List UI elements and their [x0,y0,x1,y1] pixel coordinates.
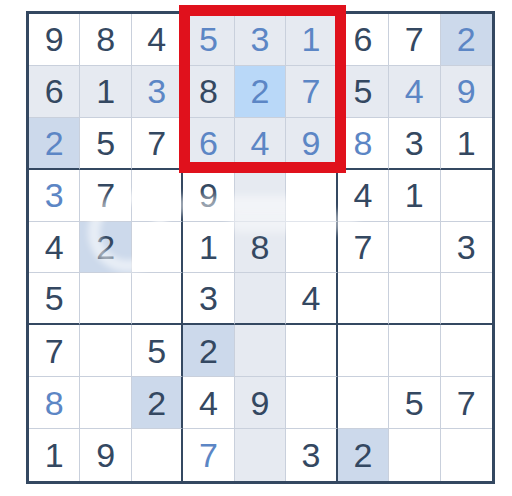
cell-r6c4[interactable]: 3 [183,273,234,325]
cell-r1c2[interactable]: 8 [80,14,131,66]
cell-r7c3[interactable]: 5 [132,325,183,377]
cell-r6c3[interactable] [132,273,183,325]
cell-r4c2[interactable]: 7 [80,170,131,222]
cell-r7c5[interactable] [235,325,286,377]
cell-r4c1[interactable]: 3 [29,170,80,222]
cell-r1c4[interactable]: 5 [183,14,234,66]
cell-r4c6[interactable] [286,170,337,222]
cell-r4c3[interactable] [132,170,183,222]
cell-r2c4[interactable]: 8 [183,66,234,118]
cell-r4c8[interactable]: 1 [389,170,440,222]
cell-r8c1[interactable]: 8 [29,377,80,429]
cell-r7c6[interactable] [286,325,337,377]
cell-r3c8[interactable]: 3 [389,118,440,170]
cell-r5c2[interactable]: 2 [80,222,131,274]
cell-r2c7[interactable]: 5 [338,66,389,118]
cell-r6c2[interactable] [80,273,131,325]
cell-r7c4[interactable]: 2 [183,325,234,377]
cell-r3c5[interactable]: 4 [235,118,286,170]
cell-r9c5[interactable] [235,429,286,481]
cell-r2c1[interactable]: 6 [29,66,80,118]
cell-r7c7[interactable] [338,325,389,377]
cell-r3c7[interactable]: 8 [338,118,389,170]
cell-r3c2[interactable]: 5 [80,118,131,170]
cell-r4c7[interactable]: 4 [338,170,389,222]
cell-r1c7[interactable]: 6 [338,14,389,66]
cell-r7c1[interactable]: 7 [29,325,80,377]
cell-r1c3[interactable]: 4 [132,14,183,66]
cell-r8c9[interactable]: 7 [441,377,492,429]
cell-r8c8[interactable]: 5 [389,377,440,429]
cell-r7c2[interactable] [80,325,131,377]
cell-r6c7[interactable] [338,273,389,325]
cell-r8c4[interactable]: 4 [183,377,234,429]
cell-r2c9[interactable]: 9 [441,66,492,118]
cell-r5c7[interactable]: 7 [338,222,389,274]
cell-r5c5[interactable]: 8 [235,222,286,274]
sudoku-board: 9845316726138275492576498313794142187353… [26,11,495,484]
cell-r5c6[interactable] [286,222,337,274]
cell-r3c1[interactable]: 2 [29,118,80,170]
cell-r9c4[interactable]: 7 [183,429,234,481]
cell-r1c9[interactable]: 2 [441,14,492,66]
cell-r9c3[interactable] [132,429,183,481]
cell-r9c7[interactable]: 2 [338,429,389,481]
cell-r6c8[interactable] [389,273,440,325]
cell-r4c9[interactable] [441,170,492,222]
cell-r2c5[interactable]: 2 [235,66,286,118]
cell-r8c5[interactable]: 9 [235,377,286,429]
cell-r6c9[interactable] [441,273,492,325]
cell-r7c9[interactable] [441,325,492,377]
cell-r9c6[interactable]: 3 [286,429,337,481]
cell-r5c9[interactable]: 3 [441,222,492,274]
cell-r2c8[interactable]: 4 [389,66,440,118]
cell-r4c5[interactable] [235,170,286,222]
cell-r2c2[interactable]: 1 [80,66,131,118]
cell-r5c1[interactable]: 4 [29,222,80,274]
cell-r7c8[interactable] [389,325,440,377]
cell-r4c4[interactable]: 9 [183,170,234,222]
cell-r6c6[interactable]: 4 [286,273,337,325]
cell-r6c5[interactable] [235,273,286,325]
cell-r5c3[interactable] [132,222,183,274]
cell-r8c6[interactable] [286,377,337,429]
cell-r5c8[interactable] [389,222,440,274]
cell-r9c1[interactable]: 1 [29,429,80,481]
cell-r3c4[interactable]: 6 [183,118,234,170]
cell-r5c4[interactable]: 1 [183,222,234,274]
cell-r1c8[interactable]: 7 [389,14,440,66]
cell-r3c3[interactable]: 7 [132,118,183,170]
cell-r3c6[interactable]: 9 [286,118,337,170]
cell-r9c8[interactable] [389,429,440,481]
cell-r8c3[interactable]: 2 [132,377,183,429]
cell-r1c1[interactable]: 9 [29,14,80,66]
cell-r9c2[interactable]: 9 [80,429,131,481]
cell-r6c1[interactable]: 5 [29,273,80,325]
cell-r9c9[interactable] [441,429,492,481]
cell-r1c5[interactable]: 3 [235,14,286,66]
cell-r2c3[interactable]: 3 [132,66,183,118]
cell-r1c6[interactable]: 1 [286,14,337,66]
cell-r8c7[interactable] [338,377,389,429]
cell-r2c6[interactable]: 7 [286,66,337,118]
cell-r8c2[interactable] [80,377,131,429]
cell-r3c9[interactable]: 1 [441,118,492,170]
